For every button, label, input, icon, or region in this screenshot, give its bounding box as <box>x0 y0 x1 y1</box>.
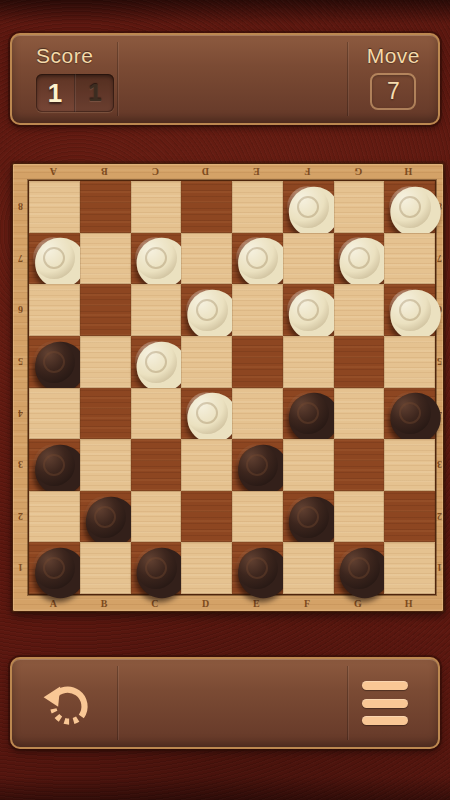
square-c5[interactable]: ● <box>131 336 182 388</box>
square-a7[interactable]: ● <box>29 233 80 285</box>
black-piece[interactable]: ● <box>234 442 280 488</box>
white-piece[interactable]: ● <box>133 339 179 385</box>
white-piece[interactable]: ● <box>133 235 179 281</box>
black-man-glyph: ● <box>133 545 179 591</box>
square-b5 <box>80 336 131 388</box>
white-man-glyph: ● <box>184 390 230 436</box>
square-h6[interactable]: ● <box>384 284 435 336</box>
board-grid: ●●●●●●●●●●●●●●●●●●●●●● <box>28 180 436 595</box>
file-labels-top: ABCDEFGH <box>28 164 434 180</box>
black-man-glyph: ● <box>82 494 128 540</box>
square-f1 <box>283 542 334 594</box>
white-piece[interactable]: ● <box>184 287 230 333</box>
square-b7 <box>80 233 131 285</box>
file-label-top-b: B <box>79 164 130 180</box>
white-man-glyph: ● <box>387 184 433 230</box>
square-f6[interactable]: ● <box>283 284 334 336</box>
white-man-glyph: ● <box>285 184 331 230</box>
square-h4[interactable]: ● <box>384 388 435 440</box>
white-man-glyph: ● <box>285 287 331 333</box>
square-e6 <box>232 284 283 336</box>
rank-label-left-6: 6 <box>13 283 28 335</box>
black-piece[interactable]: ● <box>82 494 128 540</box>
square-e3[interactable]: ● <box>232 439 283 491</box>
square-g6 <box>334 284 385 336</box>
file-label-top-e: E <box>231 164 282 180</box>
app-screen: Score 1 1 Move 7 ABCDEFGH 87654321 87654… <box>0 0 450 800</box>
white-piece[interactable]: ● <box>234 235 280 281</box>
black-man-glyph: ● <box>234 442 280 488</box>
square-h3 <box>384 439 435 491</box>
file-label-top-a: A <box>28 164 79 180</box>
square-c7[interactable]: ● <box>131 233 182 285</box>
file-label-top-d: D <box>180 164 231 180</box>
white-man-glyph: ● <box>184 287 230 333</box>
square-c1[interactable]: ● <box>131 542 182 594</box>
black-man-glyph: ● <box>234 545 280 591</box>
black-piece[interactable]: ● <box>133 545 179 591</box>
black-piece[interactable]: ● <box>31 545 77 591</box>
square-g4 <box>334 388 385 440</box>
rank-label-left-2: 2 <box>13 490 28 542</box>
black-man-glyph: ● <box>285 494 331 540</box>
black-piece[interactable]: ● <box>336 545 382 591</box>
score-panel: Score 1 1 Move 7 <box>10 33 440 125</box>
square-a5[interactable]: ● <box>29 336 80 388</box>
square-c4 <box>131 388 182 440</box>
black-man-glyph: ● <box>387 390 433 436</box>
move-section: Move 7 <box>367 44 420 110</box>
panel-divider <box>347 42 348 116</box>
score-box: 1 1 <box>36 74 114 112</box>
move-label: Move <box>367 44 420 68</box>
white-man-glyph: ● <box>387 287 433 333</box>
black-piece[interactable]: ● <box>285 390 331 436</box>
white-piece[interactable]: ● <box>387 184 433 230</box>
black-man-glyph: ● <box>31 545 77 591</box>
rank-labels-left: 87654321 <box>13 180 28 593</box>
black-man-glyph: ● <box>336 545 382 591</box>
square-e1[interactable]: ● <box>232 542 283 594</box>
black-piece[interactable]: ● <box>31 339 77 385</box>
panel-divider <box>347 666 348 740</box>
file-label-top-c: C <box>130 164 181 180</box>
white-man-glyph: ● <box>234 235 280 281</box>
control-panel <box>10 657 440 749</box>
square-g1[interactable]: ● <box>334 542 385 594</box>
rank-label-left-1: 1 <box>13 541 28 593</box>
rank-label-left-8: 8 <box>13 180 28 232</box>
score-label: Score <box>36 44 114 68</box>
hamburger-menu-icon <box>362 699 408 708</box>
score-section: Score 1 1 <box>36 44 114 112</box>
black-piece[interactable]: ● <box>234 545 280 591</box>
black-piece[interactable]: ● <box>387 390 433 436</box>
hamburger-menu-icon <box>362 716 408 725</box>
square-h1 <box>384 542 435 594</box>
undo-rotate-left-icon <box>40 674 98 732</box>
white-piece[interactable]: ● <box>285 184 331 230</box>
menu-button[interactable] <box>362 681 408 725</box>
white-piece[interactable]: ● <box>31 235 77 281</box>
rank-label-left-5: 5 <box>13 335 28 387</box>
square-a1[interactable]: ● <box>29 542 80 594</box>
square-d1 <box>181 542 232 594</box>
black-man-glyph: ● <box>31 339 77 385</box>
rank-label-left-3: 3 <box>13 438 28 490</box>
white-piece[interactable]: ● <box>387 287 433 333</box>
panel-divider <box>117 42 118 116</box>
checkers-board: ABCDEFGH 87654321 87654321 ABCDEFGH ●●●●… <box>12 163 444 612</box>
undo-button[interactable] <box>40 674 98 732</box>
square-b1 <box>80 542 131 594</box>
square-d3 <box>181 439 232 491</box>
square-a3[interactable]: ● <box>29 439 80 491</box>
black-man-glyph: ● <box>31 442 77 488</box>
move-counter: 7 <box>370 73 416 110</box>
black-man-glyph: ● <box>285 390 331 436</box>
panel-divider <box>117 666 118 740</box>
white-piece[interactable]: ● <box>184 390 230 436</box>
black-piece[interactable]: ● <box>31 442 77 488</box>
rank-label-left-7: 7 <box>13 232 28 284</box>
white-man-glyph: ● <box>133 235 179 281</box>
black-piece[interactable]: ● <box>285 494 331 540</box>
white-piece[interactable]: ● <box>285 287 331 333</box>
rank-label-left-4: 4 <box>13 387 28 439</box>
white-man-glyph: ● <box>133 339 179 385</box>
hamburger-menu-icon <box>362 681 408 690</box>
white-man-glyph: ● <box>31 235 77 281</box>
black-score-value: 1 <box>76 74 114 112</box>
white-score-value: 1 <box>36 74 74 112</box>
square-d4[interactable]: ● <box>181 388 232 440</box>
